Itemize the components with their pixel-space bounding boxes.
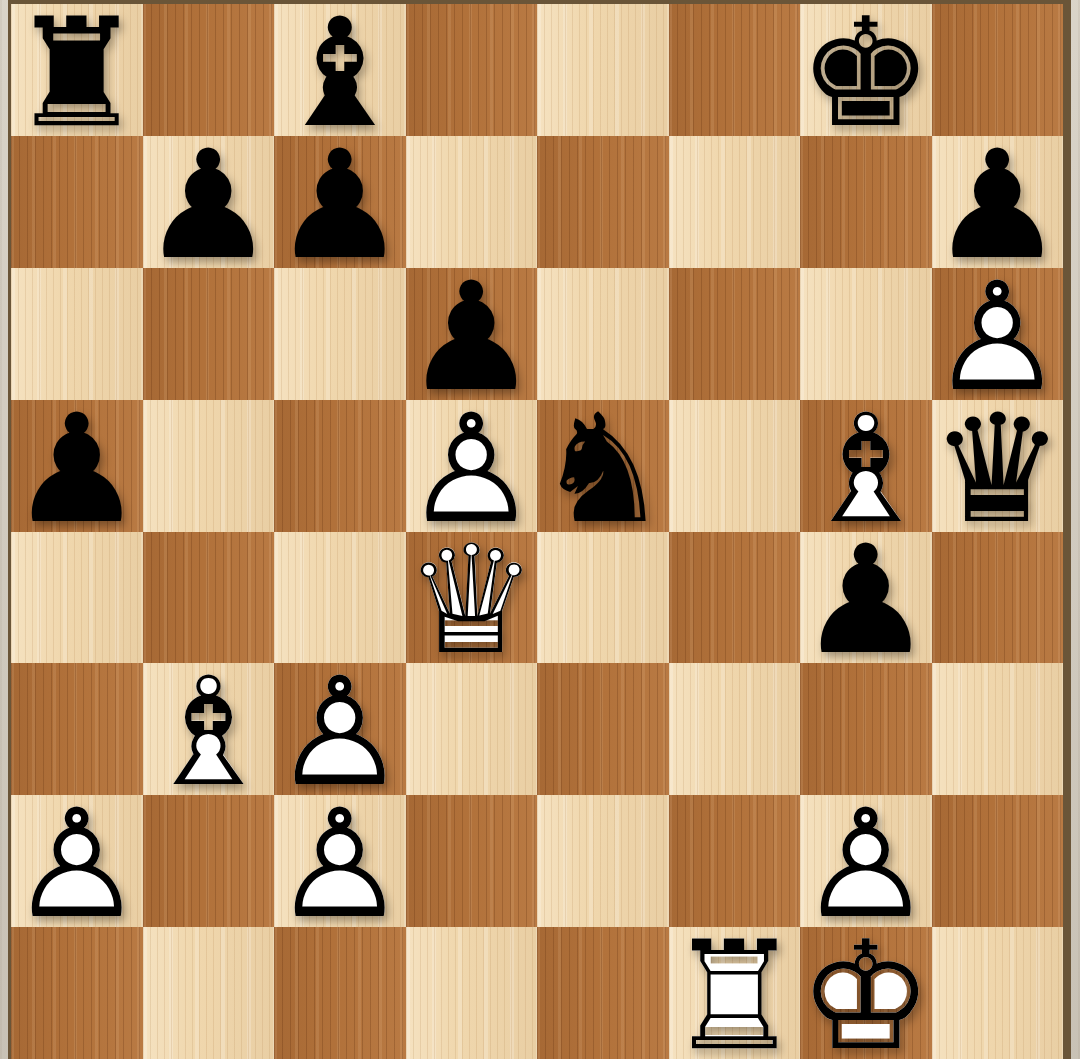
piece-fill-glyph: ♟ (143, 139, 275, 268)
square-d6[interactable]: ♟ (406, 268, 538, 400)
square-h6[interactable]: ♟♙ (932, 268, 1064, 400)
square-a1[interactable] (11, 927, 143, 1059)
white-pawn[interactable]: ♟♙ (274, 795, 406, 927)
square-f3[interactable] (669, 663, 801, 795)
square-h8[interactable] (932, 4, 1064, 136)
square-h7[interactable]: ♟ (932, 136, 1064, 268)
piece-outline-glyph: ♙ (274, 798, 406, 927)
white-pawn[interactable]: ♟♙ (800, 795, 932, 927)
square-b5[interactable] (143, 400, 275, 532)
square-e8[interactable] (537, 4, 669, 136)
white-pawn[interactable]: ♟♙ (406, 400, 538, 532)
square-d5[interactable]: ♟♙ (406, 400, 538, 532)
square-e1[interactable] (537, 927, 669, 1059)
square-a5[interactable]: ♟ (11, 400, 143, 532)
square-b6[interactable] (143, 268, 275, 400)
piece-outline-glyph: ♙ (932, 271, 1064, 400)
square-a6[interactable] (11, 268, 143, 400)
black-bishop[interactable]: ♝ (274, 4, 406, 136)
black-pawn[interactable]: ♟ (11, 400, 143, 532)
piece-outline-glyph: ♙ (11, 798, 143, 927)
square-c2[interactable]: ♟♙ (274, 795, 406, 927)
square-f8[interactable] (669, 4, 801, 136)
square-c6[interactable] (274, 268, 406, 400)
square-d3[interactable] (406, 663, 538, 795)
white-king[interactable]: ♚♔ (800, 927, 932, 1059)
square-d2[interactable] (406, 795, 538, 927)
piece-fill-glyph: ♚ (800, 7, 932, 136)
piece-fill-glyph: ♟ (932, 139, 1064, 268)
black-pawn[interactable]: ♟ (274, 136, 406, 268)
white-rook[interactable]: ♜♖ (669, 927, 801, 1059)
square-f5[interactable] (669, 400, 801, 532)
square-g5[interactable]: ♝♗ (800, 400, 932, 532)
piece-outline-glyph: ♙ (274, 666, 406, 795)
piece-fill-glyph: ♟ (274, 139, 406, 268)
square-h5[interactable]: ♛ (932, 400, 1064, 532)
piece-outline-glyph: ♗ (143, 666, 275, 795)
page-background: ♜♝♚♟♟♟♟♟♙♟♟♙♞♝♗♛♛♕♟♝♗♟♙♟♙♟♙♟♙♜♖♚♔ (0, 0, 1080, 1059)
square-f1[interactable]: ♜♖ (669, 927, 801, 1059)
square-a2[interactable]: ♟♙ (11, 795, 143, 927)
square-g8[interactable]: ♚ (800, 4, 932, 136)
black-pawn[interactable]: ♟ (143, 136, 275, 268)
white-pawn[interactable]: ♟♙ (274, 663, 406, 795)
square-g3[interactable] (800, 663, 932, 795)
square-a3[interactable] (11, 663, 143, 795)
piece-fill-glyph: ♞ (537, 403, 669, 532)
square-d8[interactable] (406, 4, 538, 136)
square-e6[interactable] (537, 268, 669, 400)
square-c4[interactable] (274, 532, 406, 664)
square-g2[interactable]: ♟♙ (800, 795, 932, 927)
square-c5[interactable] (274, 400, 406, 532)
square-e2[interactable] (537, 795, 669, 927)
square-h3[interactable] (932, 663, 1064, 795)
black-knight[interactable]: ♞ (537, 400, 669, 532)
square-h4[interactable] (932, 532, 1064, 664)
square-c8[interactable]: ♝ (274, 4, 406, 136)
white-bishop[interactable]: ♝♗ (800, 400, 932, 532)
piece-outline-glyph: ♙ (800, 798, 932, 927)
white-pawn[interactable]: ♟♙ (932, 268, 1064, 400)
square-f2[interactable] (669, 795, 801, 927)
square-d1[interactable] (406, 927, 538, 1059)
piece-fill-glyph: ♜ (11, 7, 143, 136)
square-c7[interactable]: ♟ (274, 136, 406, 268)
chess-board: ♜♝♚♟♟♟♟♟♙♟♟♙♞♝♗♛♛♕♟♝♗♟♙♟♙♟♙♟♙♜♖♚♔ (8, 0, 1071, 1059)
square-g4[interactable]: ♟ (800, 532, 932, 664)
square-h2[interactable] (932, 795, 1064, 927)
piece-outline-glyph: ♙ (406, 403, 538, 532)
piece-fill-glyph: ♟ (11, 403, 143, 532)
black-pawn[interactable]: ♟ (800, 532, 932, 664)
black-pawn[interactable]: ♟ (932, 136, 1064, 268)
square-b8[interactable] (143, 4, 275, 136)
square-g7[interactable] (800, 136, 932, 268)
square-b7[interactable]: ♟ (143, 136, 275, 268)
square-h1[interactable] (932, 927, 1064, 1059)
square-d7[interactable] (406, 136, 538, 268)
square-e3[interactable] (537, 663, 669, 795)
piece-fill-glyph: ♟ (406, 271, 538, 400)
piece-fill-glyph: ♟ (800, 535, 932, 664)
piece-fill-glyph: ♛ (932, 403, 1064, 532)
black-queen[interactable]: ♛ (932, 400, 1064, 532)
square-d4[interactable]: ♛♕ (406, 532, 538, 664)
white-pawn[interactable]: ♟♙ (11, 795, 143, 927)
square-a4[interactable] (11, 532, 143, 664)
piece-outline-glyph: ♕ (406, 535, 538, 664)
square-a7[interactable] (11, 136, 143, 268)
black-rook[interactable]: ♜ (11, 4, 143, 136)
square-c3[interactable]: ♟♙ (274, 663, 406, 795)
square-b3[interactable]: ♝♗ (143, 663, 275, 795)
piece-outline-glyph: ♖ (669, 930, 801, 1059)
square-f4[interactable] (669, 532, 801, 664)
square-b2[interactable] (143, 795, 275, 927)
square-f6[interactable] (669, 268, 801, 400)
black-pawn[interactable]: ♟ (406, 268, 538, 400)
piece-outline-glyph: ♗ (800, 403, 932, 532)
square-b4[interactable] (143, 532, 275, 664)
piece-fill-glyph: ♝ (274, 7, 406, 136)
piece-outline-glyph: ♔ (800, 930, 932, 1059)
square-g1[interactable]: ♚♔ (800, 927, 932, 1059)
square-c1[interactable] (274, 927, 406, 1059)
white-bishop[interactable]: ♝♗ (143, 663, 275, 795)
square-g6[interactable] (800, 268, 932, 400)
square-a8[interactable]: ♜ (11, 4, 143, 136)
square-e5[interactable]: ♞ (537, 400, 669, 532)
square-e7[interactable] (537, 136, 669, 268)
square-e4[interactable] (537, 532, 669, 664)
black-king[interactable]: ♚ (800, 4, 932, 136)
square-f7[interactable] (669, 136, 801, 268)
white-queen[interactable]: ♛♕ (406, 532, 538, 664)
square-b1[interactable] (143, 927, 275, 1059)
